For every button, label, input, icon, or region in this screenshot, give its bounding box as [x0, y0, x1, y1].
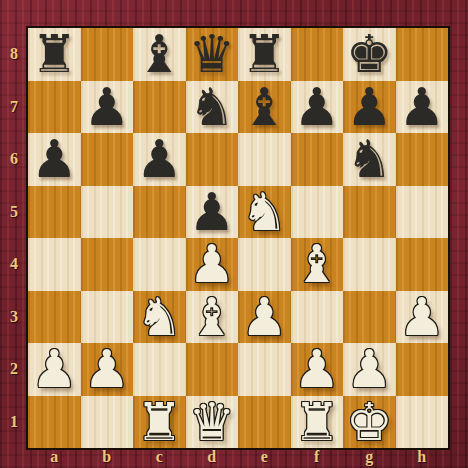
white-pawn[interactable]: ♟ [31, 343, 78, 395]
square-d2[interactable] [186, 343, 239, 396]
square-f8[interactable] [291, 28, 344, 81]
chessboard-frame: 8 7 6 5 4 3 2 1 ♜♝♛♜♚♟♞♝♟♟♟♟♟♞♟♞♟♝♞♝♟♟♟♟… [0, 0, 468, 468]
square-c3[interactable]: ♞ [133, 291, 186, 344]
square-c8[interactable]: ♝ [133, 28, 186, 81]
square-c6[interactable]: ♟ [133, 133, 186, 186]
square-c7[interactable] [133, 81, 186, 134]
square-b2[interactable]: ♟ [81, 343, 134, 396]
square-g5[interactable] [343, 186, 396, 239]
white-pawn[interactable]: ♟ [398, 291, 445, 343]
square-b5[interactable] [81, 186, 134, 239]
square-b8[interactable] [81, 28, 134, 81]
square-g1[interactable]: ♚ [343, 396, 396, 449]
file-label-f: f [291, 446, 344, 468]
square-d8[interactable]: ♛ [186, 28, 239, 81]
white-pawn[interactable]: ♟ [241, 291, 288, 343]
rank-label-4: 4 [0, 238, 28, 291]
square-e2[interactable] [238, 343, 291, 396]
white-pawn[interactable]: ♟ [83, 343, 130, 395]
square-h1[interactable] [396, 396, 449, 449]
white-knight[interactable]: ♞ [136, 291, 183, 343]
square-c1[interactable]: ♜ [133, 396, 186, 449]
square-f2[interactable]: ♟ [291, 343, 344, 396]
square-f4[interactable]: ♝ [291, 238, 344, 291]
black-king[interactable]: ♚ [346, 28, 393, 80]
square-a6[interactable]: ♟ [28, 133, 81, 186]
rank-labels: 8 7 6 5 4 3 2 1 [0, 28, 28, 448]
square-e4[interactable] [238, 238, 291, 291]
square-g3[interactable] [343, 291, 396, 344]
square-h8[interactable] [396, 28, 449, 81]
white-bishop[interactable]: ♝ [188, 291, 235, 343]
square-g8[interactable]: ♚ [343, 28, 396, 81]
black-pawn[interactable]: ♟ [293, 81, 340, 133]
white-queen[interactable]: ♛ [188, 396, 235, 448]
white-knight[interactable]: ♞ [241, 186, 288, 238]
white-pawn[interactable]: ♟ [293, 343, 340, 395]
square-e8[interactable]: ♜ [238, 28, 291, 81]
square-a3[interactable] [28, 291, 81, 344]
square-a4[interactable] [28, 238, 81, 291]
square-h6[interactable] [396, 133, 449, 186]
square-b3[interactable] [81, 291, 134, 344]
square-h5[interactable] [396, 186, 449, 239]
white-king[interactable]: ♚ [346, 396, 393, 448]
black-pawn[interactable]: ♟ [398, 81, 445, 133]
square-h2[interactable] [396, 343, 449, 396]
square-f6[interactable] [291, 133, 344, 186]
square-f1[interactable]: ♜ [291, 396, 344, 449]
square-b6[interactable] [81, 133, 134, 186]
square-g7[interactable]: ♟ [343, 81, 396, 134]
black-pawn[interactable]: ♟ [31, 133, 78, 185]
file-labels: a b c d e f g h [28, 446, 448, 468]
rank-label-3: 3 [0, 291, 28, 344]
black-pawn[interactable]: ♟ [346, 81, 393, 133]
black-bishop[interactable]: ♝ [241, 81, 288, 133]
square-e7[interactable]: ♝ [238, 81, 291, 134]
square-d6[interactable] [186, 133, 239, 186]
white-rook[interactable]: ♜ [136, 396, 183, 448]
black-rook[interactable]: ♜ [31, 28, 78, 80]
square-c2[interactable] [133, 343, 186, 396]
file-label-h: h [396, 446, 449, 468]
square-d7[interactable]: ♞ [186, 81, 239, 134]
square-e1[interactable] [238, 396, 291, 449]
square-b4[interactable] [81, 238, 134, 291]
square-d1[interactable]: ♛ [186, 396, 239, 449]
black-rook[interactable]: ♜ [241, 28, 288, 80]
square-b1[interactable] [81, 396, 134, 449]
square-h4[interactable] [396, 238, 449, 291]
square-d3[interactable]: ♝ [186, 291, 239, 344]
square-g2[interactable]: ♟ [343, 343, 396, 396]
rank-label-8: 8 [0, 28, 28, 81]
square-a2[interactable]: ♟ [28, 343, 81, 396]
white-pawn[interactable]: ♟ [346, 343, 393, 395]
file-label-g: g [343, 446, 396, 468]
square-e6[interactable] [238, 133, 291, 186]
rank-label-6: 6 [0, 133, 28, 186]
rank-label-7: 7 [0, 81, 28, 134]
black-pawn[interactable]: ♟ [188, 186, 235, 238]
square-f5[interactable] [291, 186, 344, 239]
square-g6[interactable]: ♞ [343, 133, 396, 186]
black-bishop[interactable]: ♝ [136, 28, 183, 80]
black-pawn[interactable]: ♟ [136, 133, 183, 185]
white-rook[interactable]: ♜ [293, 396, 340, 448]
rank-label-5: 5 [0, 186, 28, 239]
black-knight[interactable]: ♞ [346, 133, 393, 185]
black-pawn[interactable]: ♟ [83, 81, 130, 133]
square-h7[interactable]: ♟ [396, 81, 449, 134]
file-label-e: e [238, 446, 291, 468]
black-knight[interactable]: ♞ [188, 81, 235, 133]
square-d4[interactable]: ♟ [186, 238, 239, 291]
square-h3[interactable]: ♟ [396, 291, 449, 344]
square-c4[interactable] [133, 238, 186, 291]
file-label-c: c [133, 446, 186, 468]
square-e5[interactable]: ♞ [238, 186, 291, 239]
square-f3[interactable] [291, 291, 344, 344]
square-f7[interactable]: ♟ [291, 81, 344, 134]
chess-board: ♜♝♛♜♚♟♞♝♟♟♟♟♟♞♟♞♟♝♞♝♟♟♟♟♟♟♜♛♜♚ [28, 28, 448, 448]
square-d5[interactable]: ♟ [186, 186, 239, 239]
file-label-b: b [81, 446, 134, 468]
white-pawn[interactable]: ♟ [188, 238, 235, 290]
rank-label-1: 1 [0, 396, 28, 449]
square-a8[interactable]: ♜ [28, 28, 81, 81]
black-queen[interactable]: ♛ [188, 28, 235, 80]
white-bishop[interactable]: ♝ [293, 238, 340, 290]
file-label-a: a [28, 446, 81, 468]
square-a5[interactable] [28, 186, 81, 239]
file-label-d: d [186, 446, 239, 468]
square-g4[interactable] [343, 238, 396, 291]
square-e3[interactable]: ♟ [238, 291, 291, 344]
square-a7[interactable] [28, 81, 81, 134]
square-c5[interactable] [133, 186, 186, 239]
square-b7[interactable]: ♟ [81, 81, 134, 134]
square-a1[interactable] [28, 396, 81, 449]
rank-label-2: 2 [0, 343, 28, 396]
